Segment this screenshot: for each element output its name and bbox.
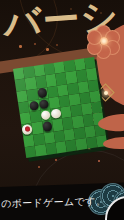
decor-dot <box>55 159 57 161</box>
app-subtitle: のボードゲームです。 <box>1 194 106 211</box>
decor-dot <box>46 48 49 51</box>
sparkle-core <box>104 91 108 95</box>
decor-dot <box>38 166 40 168</box>
disc-black <box>37 88 48 99</box>
decor-dot <box>70 8 72 10</box>
flower-center-glow <box>100 37 108 45</box>
disc-white <box>22 124 33 135</box>
decor-dot <box>19 45 22 48</box>
board-grid <box>13 57 107 158</box>
flower-icon <box>87 25 121 59</box>
app-screenshot: リバーシ のボードゲームです。 <box>0 0 124 220</box>
decor-dot <box>56 44 58 46</box>
decor-dot <box>100 12 102 14</box>
reversi-board[interactable] <box>13 57 107 158</box>
decor-dot <box>34 43 36 45</box>
disc-white <box>51 108 62 119</box>
decor-dot <box>98 160 100 162</box>
last-move-marker <box>24 127 30 133</box>
